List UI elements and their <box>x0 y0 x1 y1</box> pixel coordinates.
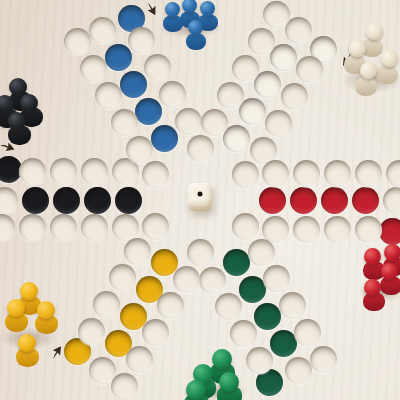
hole-black-exit-2[interactable] <box>81 158 108 185</box>
hole-blue-entry-1[interactable] <box>80 55 107 82</box>
hole-red-exit-0[interactable] <box>262 216 289 243</box>
hole-blue-home-2[interactable] <box>135 98 162 125</box>
hole-red-home-0[interactable] <box>259 187 286 214</box>
hole-black-entry-3[interactable] <box>81 214 108 241</box>
hole-center-ring-5[interactable] <box>232 213 259 240</box>
hole-blue-exit-0[interactable] <box>128 27 155 54</box>
hole-white-entry-0[interactable] <box>263 1 290 28</box>
hole-blue-entry-4[interactable] <box>126 136 153 163</box>
blue-peg-3[interactable] <box>200 1 215 16</box>
hole-green-exit-1[interactable] <box>215 293 242 320</box>
hole-green-entry-1[interactable] <box>263 265 290 292</box>
green-peg-3[interactable] <box>219 372 239 392</box>
yellow-peg-1[interactable] <box>20 282 38 300</box>
hole-red-entry-1[interactable] <box>293 160 320 187</box>
hole-red-entry-2[interactable] <box>324 160 351 187</box>
white-peg-body <box>355 77 377 96</box>
white-peg-2[interactable] <box>349 40 366 57</box>
white-peg-body <box>376 65 398 84</box>
hole-yellow-entry-0[interactable] <box>173 266 200 293</box>
ludo-board <box>0 0 400 400</box>
blue-peg-2[interactable] <box>182 0 197 13</box>
yellow-peg-2[interactable] <box>7 299 25 317</box>
hole-black-tip-bridge[interactable] <box>0 187 18 214</box>
hole-blue-exit-2[interactable] <box>159 81 186 108</box>
red-peg-3[interactable] <box>381 263 398 280</box>
hole-yellow-home-2[interactable] <box>120 303 147 330</box>
hole-white-entry-3[interactable] <box>217 82 244 109</box>
hole-blue-entry-2[interactable] <box>95 82 122 109</box>
hole-green-exit-2[interactable] <box>230 320 257 347</box>
hole-blue-home-1[interactable] <box>120 71 147 98</box>
hole-yellow-entry-3[interactable] <box>126 346 153 373</box>
hole-green-home-3[interactable] <box>270 330 297 357</box>
hole-yellow-entry-2[interactable] <box>142 319 169 346</box>
hole-white-exit-1[interactable] <box>281 83 308 110</box>
red-peg-1[interactable] <box>364 248 381 265</box>
hole-green-exit-0[interactable] <box>199 267 226 294</box>
hole-green-entry-4[interactable] <box>310 346 337 373</box>
hole-red-entry-0[interactable] <box>262 160 289 187</box>
white-peg-4[interactable] <box>360 62 377 79</box>
hole-center-ring-4[interactable] <box>187 239 214 266</box>
hole-black-entry-4[interactable] <box>112 214 139 241</box>
blue-peg-4[interactable] <box>188 20 203 35</box>
hole-yellow-exit-3[interactable] <box>78 318 105 345</box>
hole-green-home-0[interactable] <box>223 249 250 276</box>
hole-red-tip-bridge[interactable] <box>383 187 400 214</box>
hole-red-exit-1[interactable] <box>293 216 320 243</box>
hole-yellow-entry-4[interactable] <box>111 373 138 400</box>
hole-center-ring-0[interactable] <box>232 161 259 188</box>
hole-green-entry-0[interactable] <box>248 239 275 266</box>
hole-green-entry-3[interactable] <box>294 319 321 346</box>
hole-black-home-2[interactable] <box>84 187 111 214</box>
hole-white-exit-2[interactable] <box>265 110 292 137</box>
hole-black-entry-0[interactable] <box>0 214 15 241</box>
direction-arrow-icon <box>142 0 163 20</box>
hole-black-entry-1[interactable] <box>19 214 46 241</box>
black-peg-3[interactable] <box>20 94 38 112</box>
blue-peg-1[interactable] <box>165 2 180 17</box>
hole-yellow-exit-2[interactable] <box>93 291 120 318</box>
green-peg-1[interactable] <box>212 349 232 369</box>
hole-white-exit-0[interactable] <box>296 56 323 83</box>
blue-peg-body <box>186 33 206 50</box>
hole-green-home-1[interactable] <box>239 276 266 303</box>
hole-black-exit-0[interactable] <box>19 158 46 185</box>
red-peg-4[interactable] <box>364 279 381 296</box>
black-peg-1[interactable] <box>9 78 27 96</box>
yellow-peg-4[interactable] <box>18 334 36 352</box>
hole-yellow-exit-0[interactable] <box>124 238 151 265</box>
hole-white-entry-1[interactable] <box>248 28 275 55</box>
hole-green-home-2[interactable] <box>254 303 281 330</box>
hole-red-entry-4[interactable] <box>386 160 400 187</box>
hole-center-ring-2[interactable] <box>142 161 169 188</box>
hole-red-start[interactable] <box>379 218 400 245</box>
wooden-die[interactable] <box>188 183 212 211</box>
hole-red-home-3[interactable] <box>352 187 379 214</box>
hole-red-exit-3[interactable] <box>355 216 382 243</box>
hole-blue-home-0[interactable] <box>105 44 132 71</box>
hole-yellow-tip-bridge[interactable] <box>89 357 116 384</box>
hole-blue-exit-3[interactable] <box>175 108 202 135</box>
hole-center-ring-1[interactable] <box>187 135 214 162</box>
hole-red-entry-3[interactable] <box>355 160 382 187</box>
hole-white-entry-4[interactable] <box>201 109 228 136</box>
hole-green-entry-2[interactable] <box>279 292 306 319</box>
green-peg-4[interactable] <box>186 380 206 400</box>
white-peg-1[interactable] <box>366 23 383 40</box>
hole-blue-entry-3[interactable] <box>111 109 138 136</box>
hole-center-ring-3[interactable] <box>142 213 169 240</box>
hole-red-exit-2[interactable] <box>324 216 351 243</box>
hole-green-tip-bridge[interactable] <box>285 357 312 384</box>
hole-blue-exit-1[interactable] <box>144 54 171 81</box>
hole-yellow-home-0[interactable] <box>151 249 178 276</box>
red-peg-2[interactable] <box>384 244 400 261</box>
hole-black-entry-2[interactable] <box>50 214 77 241</box>
hole-blue-tip-bridge[interactable] <box>89 17 116 44</box>
hole-white-entry-2[interactable] <box>232 55 259 82</box>
hole-green-exit-3[interactable] <box>246 347 273 374</box>
hole-yellow-entry-1[interactable] <box>157 292 184 319</box>
white-peg-3[interactable] <box>381 50 398 67</box>
hole-blue-entry-0[interactable] <box>64 28 91 55</box>
hole-black-exit-1[interactable] <box>50 158 77 185</box>
die-pip-one <box>198 192 203 197</box>
hole-blue-home-3[interactable] <box>151 125 178 152</box>
hole-black-home-1[interactable] <box>53 187 80 214</box>
black-peg-4[interactable] <box>8 112 26 130</box>
hole-black-home-0[interactable] <box>22 187 49 214</box>
yellow-peg-3[interactable] <box>37 301 55 319</box>
hole-black-home-3[interactable] <box>115 187 142 214</box>
hole-yellow-exit-1[interactable] <box>109 264 136 291</box>
hole-red-home-2[interactable] <box>321 187 348 214</box>
hole-red-home-1[interactable] <box>290 187 317 214</box>
